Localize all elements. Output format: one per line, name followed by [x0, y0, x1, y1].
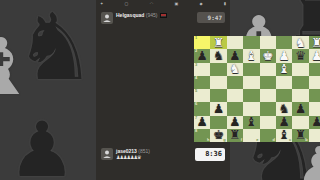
country-flag-icon	[160, 13, 167, 18]
opponent-rating: (945)	[146, 12, 158, 18]
black-pawn-piece[interactable]: ♟	[309, 115, 320, 129]
white-bishop-piece[interactable]: ♝	[276, 62, 292, 76]
square-a7[interactable]: ♟	[309, 116, 320, 129]
black-rook-piece[interactable]: ♜	[292, 128, 308, 142]
square-e3[interactable]	[243, 63, 259, 76]
black-rook-piece[interactable]: ♜	[227, 128, 243, 142]
black-bishop-piece[interactable]: ♝	[276, 128, 292, 142]
person-icon	[102, 13, 112, 23]
white-king-piece[interactable]: ♚	[260, 49, 276, 63]
square-d7[interactable]	[260, 116, 276, 129]
rank-coordinate: 1	[195, 36, 197, 40]
black-pawn-piece[interactable]: ♟	[194, 115, 210, 129]
rank-coordinate: 6	[195, 102, 197, 106]
square-b2[interactable]: ♛	[292, 49, 308, 62]
file-coordinate: e	[256, 138, 258, 142]
square-g6[interactable]: ♟	[210, 102, 226, 115]
chess-board[interactable]: 1♜♞♜2♟♞♟♝♚♟♛♟3♞♝456♟♞♟7♟♟♝♟♟8hg♚f♜edc♝b♜…	[194, 36, 320, 142]
square-e5[interactable]	[243, 89, 259, 102]
person-icon	[102, 149, 112, 159]
square-d8[interactable]: d	[260, 129, 276, 142]
square-g8[interactable]: g♚	[210, 129, 226, 142]
square-b3[interactable]	[292, 63, 308, 76]
square-a4[interactable]	[309, 76, 320, 89]
black-king-piece[interactable]: ♚	[210, 128, 226, 142]
opponent-username: Helgasquad	[116, 12, 144, 18]
square-f4[interactable]	[227, 76, 243, 89]
square-b8[interactable]: b♜	[292, 129, 308, 142]
rank-coordinate: 5	[195, 89, 197, 93]
black-queen-piece[interactable]: ♛	[292, 49, 308, 63]
background-knight-icon: ♞	[14, 2, 96, 94]
square-f5[interactable]	[227, 89, 243, 102]
square-f8[interactable]: f♜	[227, 129, 243, 142]
square-c8[interactable]: c♝	[276, 129, 292, 142]
square-g3[interactable]	[210, 63, 226, 76]
game-panel: ✦▢◠▣◆▮ Helgasquad (945) 9:47 1♜♞♜2♟♞♟♝♚♟…	[96, 0, 230, 180]
player-clock: 8:36	[195, 148, 225, 161]
file-coordinate: d	[273, 138, 275, 142]
white-bishop-piece[interactable]: ♝	[243, 49, 259, 63]
square-g2[interactable]: ♞	[210, 49, 226, 62]
square-e8[interactable]: e	[243, 129, 259, 142]
opponent-clock: 9:47	[197, 12, 225, 23]
white-rook-piece[interactable]: ♜	[309, 36, 320, 50]
status-icon: ◠	[150, 0, 154, 7]
opponent-player-bar[interactable]: Helgasquad (945) 9:47	[101, 12, 225, 28]
background-pawn-icon: ♟	[8, 112, 76, 180]
square-f3[interactable]: ♞	[227, 63, 243, 76]
white-rook-piece[interactable]: ♜	[210, 36, 226, 50]
opponent-avatar[interactable]	[101, 12, 113, 24]
rank-coordinate: 8	[195, 129, 197, 133]
square-e2[interactable]: ♝	[243, 49, 259, 62]
square-b4[interactable]	[292, 76, 308, 89]
black-pawn-piece[interactable]: ♟	[292, 102, 308, 116]
status-icon: ▣	[174, 0, 178, 7]
white-pawn-piece[interactable]: ♟	[309, 49, 320, 63]
status-icon: ▢	[125, 0, 129, 7]
square-h4[interactable]: 4	[194, 76, 210, 89]
background-pawn-icon: ♟	[296, 140, 320, 180]
square-e4[interactable]	[243, 76, 259, 89]
file-coordinate: h	[207, 138, 209, 142]
square-a8[interactable]: a	[309, 129, 320, 142]
square-a5[interactable]	[309, 89, 320, 102]
square-h3[interactable]: 3	[194, 63, 210, 76]
square-h5[interactable]: 5	[194, 89, 210, 102]
status-icon: ◆	[199, 0, 202, 7]
square-c4[interactable]	[276, 76, 292, 89]
square-a3[interactable]	[309, 63, 320, 76]
player-bar[interactable]: jase0213 (851) ♟♟♟♟♟♟♛ 8:36	[101, 148, 225, 164]
square-a2[interactable]: ♟	[309, 49, 320, 62]
square-d5[interactable]	[260, 89, 276, 102]
square-h8[interactable]: 8h	[194, 129, 210, 142]
status-bar: ✦▢◠▣◆▮	[100, 0, 226, 7]
white-knight-piece[interactable]: ♞	[292, 36, 308, 50]
square-c3[interactable]: ♝	[276, 63, 292, 76]
square-d4[interactable]	[260, 76, 276, 89]
square-h2[interactable]: 2♟	[194, 49, 210, 62]
square-h7[interactable]: 7♟	[194, 116, 210, 129]
black-pawn-piece[interactable]: ♟	[210, 102, 226, 116]
rank-coordinate: 4	[195, 76, 197, 80]
status-icon: ▮	[224, 0, 226, 7]
video-frame: ♝ ♞ ♟ ♝ ♜ ♞ ♟ ✦▢◠▣◆▮ Helgasquad (945)	[0, 0, 320, 180]
status-icon: ✦	[100, 0, 103, 7]
black-pawn-piece[interactable]: ♟	[194, 49, 210, 63]
square-d2[interactable]: ♚	[260, 49, 276, 62]
square-g4[interactable]	[210, 76, 226, 89]
player-avatar[interactable]	[101, 148, 113, 160]
player-captured-pieces: ♟♟♟♟♟♟♛	[116, 154, 195, 160]
square-d6[interactable]	[260, 102, 276, 115]
black-knight-piece[interactable]: ♞	[210, 49, 226, 63]
white-knight-piece[interactable]: ♞	[227, 62, 243, 76]
square-e7[interactable]: ♝	[243, 116, 259, 129]
black-bishop-piece[interactable]: ♝	[243, 115, 259, 129]
square-d3[interactable]	[260, 63, 276, 76]
square-b6[interactable]: ♟	[292, 102, 308, 115]
rank-coordinate: 3	[195, 63, 197, 67]
